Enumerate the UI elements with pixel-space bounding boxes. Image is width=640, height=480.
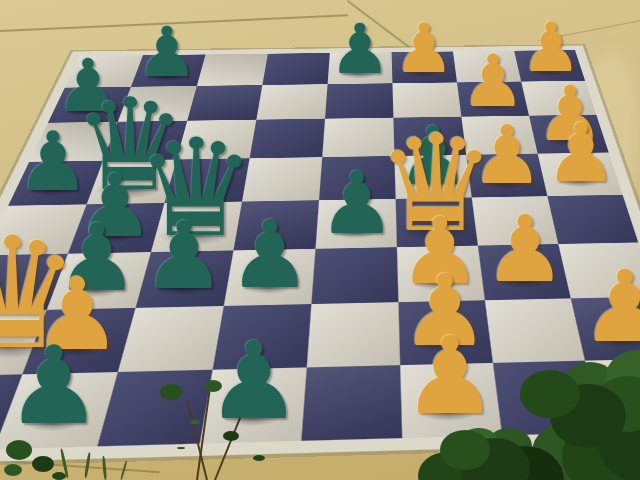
square-h8 bbox=[514, 50, 585, 82]
square-b8 bbox=[131, 54, 206, 86]
square-f7 bbox=[392, 82, 461, 117]
square-c5 bbox=[165, 158, 250, 203]
square-e5 bbox=[319, 156, 396, 200]
square-f5 bbox=[394, 155, 471, 199]
square-f3 bbox=[397, 246, 485, 303]
square-b5 bbox=[87, 159, 177, 204]
plant-leaves bbox=[160, 384, 182, 400]
square-d6 bbox=[250, 119, 325, 159]
square-h3 bbox=[558, 242, 640, 298]
square-b7 bbox=[118, 86, 197, 122]
grass-blade bbox=[84, 452, 91, 478]
square-g4 bbox=[472, 196, 559, 245]
corner-plant bbox=[6, 440, 32, 460]
square-c2 bbox=[118, 306, 224, 372]
square-f2 bbox=[398, 300, 492, 365]
square-f4 bbox=[396, 197, 478, 247]
square-g2 bbox=[485, 298, 585, 363]
square-d4 bbox=[233, 200, 319, 250]
square-g5 bbox=[466, 154, 547, 198]
square-c8 bbox=[197, 54, 268, 86]
square-h7 bbox=[521, 81, 596, 116]
square-c7 bbox=[187, 85, 262, 121]
concrete-crack bbox=[0, 14, 348, 31]
square-f1 bbox=[400, 363, 502, 438]
square-f8 bbox=[392, 51, 457, 83]
square-e8 bbox=[328, 52, 393, 84]
square-d3 bbox=[224, 249, 316, 306]
square-c6 bbox=[177, 120, 257, 160]
bush-right bbox=[520, 370, 580, 418]
square-e6 bbox=[322, 118, 394, 157]
square-h5 bbox=[538, 152, 623, 196]
square-e3 bbox=[311, 247, 398, 304]
square-b6 bbox=[103, 121, 187, 161]
square-e1 bbox=[301, 365, 402, 441]
square-h6 bbox=[529, 115, 609, 154]
square-h4 bbox=[547, 195, 638, 244]
grass-blade bbox=[60, 448, 69, 478]
square-d8 bbox=[262, 53, 329, 85]
concrete-crack bbox=[0, 460, 160, 473]
square-f6 bbox=[393, 117, 466, 156]
square-d7 bbox=[256, 84, 327, 120]
square-d2 bbox=[213, 304, 312, 370]
square-d5 bbox=[242, 157, 322, 201]
outdoor-chess-photo: ♟♟♟♟♟♟♟♟♛♟♟♟♟♛♟♛♟♟♟♟♟♛♟♟♟♟♟♟ bbox=[0, 0, 640, 480]
square-e7 bbox=[325, 83, 393, 118]
square-c4 bbox=[151, 202, 242, 252]
square-d1 bbox=[200, 367, 307, 443]
grass-blade bbox=[120, 460, 127, 480]
square-e2 bbox=[307, 302, 400, 367]
square-g6 bbox=[461, 116, 537, 155]
square-e4 bbox=[315, 199, 396, 249]
bush-center bbox=[440, 430, 490, 470]
square-c3 bbox=[136, 250, 234, 307]
square-g7 bbox=[457, 82, 529, 117]
square-g8 bbox=[453, 51, 521, 83]
concrete-crack bbox=[538, 20, 640, 41]
grass-blade bbox=[102, 456, 107, 480]
square-g3 bbox=[478, 244, 571, 300]
